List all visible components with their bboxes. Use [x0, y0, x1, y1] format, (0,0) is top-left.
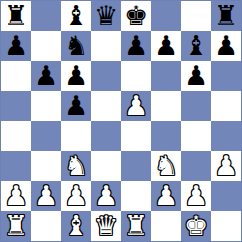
square-a6[interactable]: [1, 61, 31, 91]
square-b1[interactable]: [31, 211, 61, 241]
square-e3[interactable]: [121, 151, 151, 181]
piece-white-pawn[interactable]: ♟: [214, 151, 238, 181]
piece-black-king[interactable]: ♚: [124, 1, 148, 31]
square-a3[interactable]: [1, 151, 31, 181]
square-g3[interactable]: [181, 151, 211, 181]
piece-black-queen[interactable]: ♛: [94, 1, 118, 31]
square-g5[interactable]: [181, 91, 211, 121]
square-c2[interactable]: ♟: [61, 181, 91, 211]
piece-white-pawn[interactable]: ♟: [34, 181, 58, 211]
piece-black-pawn[interactable]: ♟: [184, 61, 208, 91]
square-a1[interactable]: ♜: [1, 211, 31, 241]
square-d6[interactable]: [91, 61, 121, 91]
piece-black-pawn[interactable]: ♟: [154, 31, 178, 61]
square-d8[interactable]: ♛: [91, 1, 121, 31]
square-d5[interactable]: [91, 91, 121, 121]
square-g1[interactable]: ♚: [181, 211, 211, 241]
piece-black-pawn[interactable]: ♟: [64, 61, 88, 91]
square-f5[interactable]: [151, 91, 181, 121]
square-h4[interactable]: [211, 121, 241, 151]
square-a7[interactable]: ♟: [1, 31, 31, 61]
piece-white-queen[interactable]: ♛: [94, 211, 118, 241]
piece-white-pawn[interactable]: ♟: [154, 181, 178, 211]
square-c6[interactable]: ♟: [61, 61, 91, 91]
piece-black-bishop[interactable]: ♝: [184, 31, 208, 61]
piece-white-knight[interactable]: ♞: [154, 151, 178, 181]
piece-white-rook[interactable]: ♜: [4, 211, 28, 241]
square-f8[interactable]: [151, 1, 181, 31]
piece-white-rook[interactable]: ♜: [124, 211, 148, 241]
piece-black-pawn[interactable]: ♟: [214, 31, 238, 61]
piece-black-rook[interactable]: ♜: [4, 1, 28, 31]
square-g7[interactable]: ♝: [181, 31, 211, 61]
piece-white-bishop[interactable]: ♝: [64, 211, 88, 241]
piece-white-king[interactable]: ♚: [184, 211, 208, 241]
square-c1[interactable]: ♝: [61, 211, 91, 241]
square-b5[interactable]: [31, 91, 61, 121]
square-g6[interactable]: ♟: [181, 61, 211, 91]
square-h6[interactable]: [211, 61, 241, 91]
square-c4[interactable]: [61, 121, 91, 151]
square-e8[interactable]: ♚: [121, 1, 151, 31]
square-d7[interactable]: [91, 31, 121, 61]
piece-black-pawn[interactable]: ♟: [64, 91, 88, 121]
piece-white-pawn[interactable]: ♟: [4, 181, 28, 211]
square-a8[interactable]: ♜: [1, 1, 31, 31]
square-b4[interactable]: [31, 121, 61, 151]
square-g8[interactable]: [181, 1, 211, 31]
square-f2[interactable]: ♟: [151, 181, 181, 211]
square-e2[interactable]: [121, 181, 151, 211]
square-b7[interactable]: [31, 31, 61, 61]
square-a2[interactable]: ♟: [1, 181, 31, 211]
square-b8[interactable]: [31, 1, 61, 31]
square-h2[interactable]: [211, 181, 241, 211]
square-h8[interactable]: ♜: [211, 1, 241, 31]
square-d4[interactable]: [91, 121, 121, 151]
square-g4[interactable]: [181, 121, 211, 151]
square-c5[interactable]: ♟: [61, 91, 91, 121]
square-h7[interactable]: ♟: [211, 31, 241, 61]
square-h1[interactable]: [211, 211, 241, 241]
piece-black-knight[interactable]: ♞: [64, 31, 88, 61]
square-f6[interactable]: [151, 61, 181, 91]
square-d1[interactable]: ♛: [91, 211, 121, 241]
square-c7[interactable]: ♞: [61, 31, 91, 61]
square-g2[interactable]: ♟: [181, 181, 211, 211]
piece-black-pawn[interactable]: ♟: [4, 31, 28, 61]
square-e1[interactable]: ♜: [121, 211, 151, 241]
square-c8[interactable]: ♝: [61, 1, 91, 31]
piece-black-pawn[interactable]: ♟: [124, 31, 148, 61]
square-f1[interactable]: [151, 211, 181, 241]
square-a5[interactable]: [1, 91, 31, 121]
square-f3[interactable]: ♞: [151, 151, 181, 181]
piece-black-pawn[interactable]: ♟: [34, 61, 58, 91]
square-e6[interactable]: [121, 61, 151, 91]
square-b2[interactable]: ♟: [31, 181, 61, 211]
square-e4[interactable]: [121, 121, 151, 151]
square-h5[interactable]: [211, 91, 241, 121]
square-d2[interactable]: ♟: [91, 181, 121, 211]
square-c3[interactable]: ♞: [61, 151, 91, 181]
square-e5[interactable]: ♟: [121, 91, 151, 121]
square-e7[interactable]: ♟: [121, 31, 151, 61]
square-b6[interactable]: ♟: [31, 61, 61, 91]
square-f7[interactable]: ♟: [151, 31, 181, 61]
piece-white-pawn[interactable]: ♟: [124, 91, 148, 121]
piece-black-rook[interactable]: ♜: [214, 1, 238, 31]
square-h3[interactable]: ♟: [211, 151, 241, 181]
piece-white-knight[interactable]: ♞: [64, 151, 88, 181]
square-f4[interactable]: [151, 121, 181, 151]
square-d3[interactable]: [91, 151, 121, 181]
square-a4[interactable]: [1, 121, 31, 151]
piece-black-bishop[interactable]: ♝: [64, 1, 88, 31]
piece-white-pawn[interactable]: ♟: [184, 181, 208, 211]
piece-white-pawn[interactable]: ♟: [94, 181, 118, 211]
piece-white-pawn[interactable]: ♟: [64, 181, 88, 211]
square-b3[interactable]: [31, 151, 61, 181]
chess-board: ♜♝♛♚♜♟♞♟♟♝♟♟♟♟♟♟♞♞♟♟♟♟♟♟♟♜♝♛♜♚: [0, 0, 242, 242]
